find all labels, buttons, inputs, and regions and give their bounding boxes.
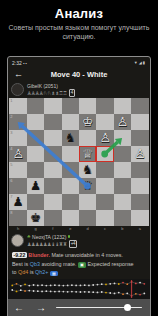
square-e5[interactable] (62, 162, 79, 178)
square-f5[interactable] (44, 162, 61, 178)
move-slider[interactable] (52, 299, 144, 316)
player-top-row: GibelK (2051) ♙♙♙♙♘♘♗♗♖♖ 4 (8, 81, 150, 98)
next-move-button[interactable]: → (30, 302, 52, 313)
square-h3[interactable]: 3 (9, 130, 26, 146)
square-g5[interactable] (27, 162, 44, 178)
player-top-captured-tray: ♙♙♙♙♘♘♗♗♖♖ 4 (27, 89, 75, 97)
eval-badge: -9.22 (12, 252, 27, 258)
rank-label: 7 (10, 194, 12, 199)
square-b3[interactable] (114, 130, 131, 146)
square-h2[interactable]: 2 (9, 114, 26, 130)
square-b4[interactable] (114, 146, 131, 162)
black-piece-♞: ♞ (65, 130, 76, 145)
square-f6[interactable] (44, 178, 61, 194)
square-b2[interactable]: ♙ (114, 114, 131, 130)
white-piece-♙: ♙ (12, 146, 23, 161)
square-e2[interactable] (62, 114, 79, 130)
square-e8[interactable] (62, 210, 79, 226)
square-h6[interactable]: 6 (9, 178, 26, 194)
player-bottom-row: ☘ NeoxjTA (1232) ♟♟♟♟♟♟♝♝♜♜ +4 (8, 232, 150, 249)
avatar-top[interactable] (11, 83, 24, 96)
rank-label: 3 (10, 130, 12, 135)
judgment-label: Blunder. (28, 252, 50, 258)
notification-icons: ▪▪ (23, 61, 28, 66)
square-d5[interactable]: ♞ (79, 162, 96, 178)
eval-line-2: Best is Qb3 avoiding mate. ▣ Expected re… (12, 260, 146, 269)
square-e4[interactable] (62, 146, 79, 162)
white-piece-♙: ♙ (117, 114, 128, 129)
square-d1[interactable] (79, 98, 96, 114)
chess-board[interactable]: 12♔♙3♞♙4♙♕♙5♞6♟♛7♟8♚ (9, 98, 148, 226)
square-g7[interactable] (27, 194, 44, 210)
response-move-link[interactable]: Qh2+ (35, 269, 48, 275)
eval-graph[interactable] (8, 279, 150, 299)
square-d6[interactable]: ♛ (79, 178, 96, 194)
square-e3[interactable]: ♞ (62, 130, 79, 146)
material-badge-bottom: +4 (69, 240, 77, 248)
square-a5[interactable] (131, 162, 148, 178)
square-f1[interactable] (44, 98, 61, 114)
square-h4[interactable]: 4♙ (9, 146, 26, 162)
square-c3[interactable]: ♙ (96, 130, 113, 146)
square-h1[interactable]: 1 (9, 98, 26, 114)
rank-label: 1 (10, 98, 12, 103)
best-move-link[interactable]: Qb3 (30, 261, 40, 267)
square-g2[interactable] (27, 114, 44, 130)
avatar-bottom[interactable] (11, 234, 24, 247)
black-piece-♞: ♞ (82, 162, 93, 177)
square-f3[interactable] (44, 130, 61, 146)
square-f4[interactable] (44, 146, 61, 162)
square-c1[interactable] (96, 98, 113, 114)
square-g6[interactable]: ♟ (27, 178, 44, 194)
black-piece-♛: ♛ (82, 178, 93, 193)
square-e1[interactable] (62, 98, 79, 114)
black-piece-♚: ♚ (30, 210, 41, 225)
square-b6[interactable] (114, 178, 131, 194)
square-a6[interactable] (131, 178, 148, 194)
eval-comment-panel: -9.22 Blunder. Mate unavoidable in 4 mov… (8, 249, 150, 278)
square-h5[interactable]: 5 (9, 162, 26, 178)
square-h8[interactable]: 8 (9, 210, 26, 226)
square-f7[interactable] (44, 194, 61, 210)
played-move-link[interactable]: Qd4 (18, 269, 28, 275)
square-g8[interactable]: ♚ (27, 210, 44, 226)
page-subtitle: Советы простым языком помогут улучшить с… (6, 24, 152, 41)
black-piece-♟: ♟ (30, 178, 41, 193)
promo-header: Анализ Советы простым языком помогут улу… (0, 0, 158, 41)
square-f2[interactable] (44, 114, 61, 130)
last-move-highlight-d4 (79, 146, 96, 162)
rank-label: 5 (10, 162, 12, 167)
square-b1[interactable] (114, 98, 131, 114)
square-a2[interactable] (131, 114, 148, 130)
square-g1[interactable] (27, 98, 44, 114)
engine-chip-icon[interactable]: ▣ (78, 262, 86, 268)
square-d2[interactable]: ♔ (79, 114, 96, 130)
square-a1[interactable] (131, 98, 148, 114)
appbar-title: Move 40 - White (8, 70, 150, 79)
material-badge-top: 4 (69, 89, 75, 97)
square-b5[interactable] (114, 162, 131, 178)
slider-knob[interactable] (124, 304, 131, 311)
prev-move-button[interactable]: ← (8, 302, 30, 313)
square-d3[interactable] (79, 130, 96, 146)
white-piece-♙: ♙ (99, 130, 110, 145)
square-f8[interactable] (44, 210, 61, 226)
app-bar: ← Move 40 - White (8, 67, 150, 81)
rank-label: 4 (10, 146, 12, 151)
white-piece-♔: ♔ (82, 114, 93, 129)
square-a3[interactable] (131, 130, 148, 146)
preview-chip-icon[interactable]: ▦ (50, 271, 58, 277)
square-c5[interactable] (96, 162, 113, 178)
eval-line-1: -9.22 Blunder. Mate unavoidable in 4 mov… (12, 251, 146, 260)
status-time: 2:32 ▪▪ (12, 60, 28, 66)
signal-battery-icons: ▼◢▮ (134, 60, 146, 65)
eval-line-3: to Qd4 is Qh2+ ▦ (12, 268, 146, 277)
black-piece-♟: ♟ (12, 194, 23, 209)
rank-label: 2 (10, 114, 12, 119)
rank-label: 8 (10, 210, 12, 215)
square-g3[interactable] (27, 130, 44, 146)
square-b7[interactable] (114, 194, 131, 210)
square-c6[interactable] (96, 178, 113, 194)
player-bottom-captured-tray: ♟♟♟♟♟♟♝♝♜♜ +4 (27, 240, 77, 248)
square-d8[interactable] (79, 210, 96, 226)
move-nav-bar: ← → (8, 299, 150, 316)
square-a7[interactable] (131, 194, 148, 210)
square-a4[interactable]: ♙ (131, 146, 148, 162)
square-e7[interactable] (62, 194, 79, 210)
square-g4[interactable] (27, 146, 44, 162)
square-c7[interactable] (96, 194, 113, 210)
square-c2[interactable] (96, 114, 113, 130)
page-title: Анализ (0, 6, 158, 21)
square-c8[interactable] (96, 210, 113, 226)
app-screenshot-card: 2:32 ▪▪ ▼◢▮ ← Move 40 - White GibelK (20… (7, 56, 151, 316)
square-e6[interactable] (62, 178, 79, 194)
white-piece-♙: ♙ (134, 146, 145, 161)
file-coordinates: hgfedcba (9, 226, 148, 232)
status-bar: 2:32 ▪▪ ▼◢▮ (8, 57, 150, 67)
square-h7[interactable]: 7♟ (9, 194, 26, 210)
last-move-highlight-c4 (96, 146, 113, 162)
square-b8[interactable] (114, 210, 131, 226)
rank-label: 6 (10, 178, 12, 183)
square-a8[interactable] (131, 210, 148, 226)
online-dot (68, 235, 71, 238)
square-d7[interactable] (79, 194, 96, 210)
